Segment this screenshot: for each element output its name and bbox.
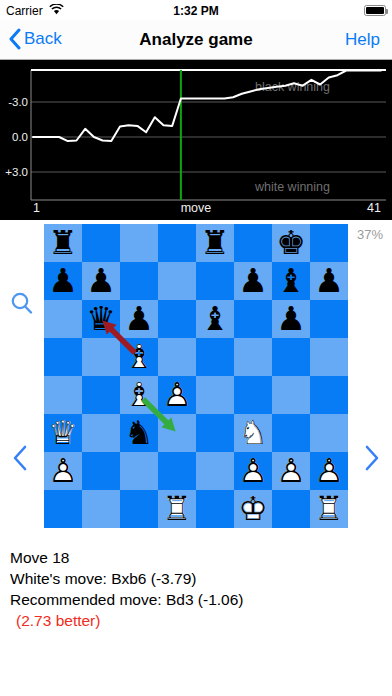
piece-white-pawn-a2[interactable]: ♟♙ — [44, 452, 82, 490]
square-b1[interactable] — [82, 490, 120, 528]
square-f7[interactable]: ♟ — [234, 262, 272, 300]
played-move-label: White's move: Bxb6 (-3.79) — [10, 568, 243, 589]
square-g6[interactable]: ♟ — [272, 300, 310, 338]
square-e7[interactable] — [196, 262, 234, 300]
square-d5[interactable] — [158, 338, 196, 376]
battery-nub — [386, 9, 388, 14]
square-h5[interactable] — [310, 338, 348, 376]
square-h3[interactable] — [310, 414, 348, 452]
x-tick-start: 1 — [33, 201, 40, 215]
square-e6[interactable]: ♝ — [196, 300, 234, 338]
piece-outline-layer: ♕ — [44, 414, 82, 452]
square-a1[interactable] — [44, 490, 82, 528]
square-d6[interactable] — [158, 300, 196, 338]
square-f3[interactable]: ♞♘ — [234, 414, 272, 452]
square-h4[interactable] — [310, 376, 348, 414]
square-b3[interactable] — [82, 414, 120, 452]
square-e8[interactable]: ♜ — [196, 224, 234, 262]
square-d3[interactable] — [158, 414, 196, 452]
square-c2[interactable] — [120, 452, 158, 490]
piece-white-rook-d1[interactable]: ♜♖ — [158, 490, 196, 528]
square-d4[interactable]: ♟♙ — [158, 376, 196, 414]
piece-outline-layer: ♗ — [120, 338, 158, 376]
piece-outline-layer: ♙ — [234, 452, 272, 490]
square-g4[interactable] — [272, 376, 310, 414]
square-b7[interactable]: ♟ — [82, 262, 120, 300]
piece-black-king-g8[interactable]: ♚ — [272, 224, 310, 262]
back-chevron-icon — [8, 28, 21, 50]
square-f4[interactable] — [234, 376, 272, 414]
magnifier-icon[interactable] — [9, 291, 36, 318]
chess-board[interactable]: ♜♜♚♟♟♟♝♟♛♟♝♟♝♗♝♗♟♙♛♕♞♞♘♟♙♟♙♟♙♟♙♜♖♚♔♜♖ — [44, 224, 348, 528]
piece-black-rook-a8[interactable]: ♜ — [44, 224, 82, 262]
square-b4[interactable] — [82, 376, 120, 414]
piece-black-rook-e8[interactable]: ♜ — [196, 224, 234, 262]
square-f1[interactable]: ♚♔ — [234, 490, 272, 528]
square-e2[interactable] — [196, 452, 234, 490]
square-c8[interactable] — [120, 224, 158, 262]
square-b8[interactable] — [82, 224, 120, 262]
navigation-bar: Back Analyze game Help — [0, 20, 392, 60]
square-g1[interactable] — [272, 490, 310, 528]
square-f2[interactable]: ♟♙ — [234, 452, 272, 490]
piece-outline-layer: ♖ — [310, 490, 348, 528]
annotation-white-winning: white winning — [254, 180, 330, 194]
piece-black-pawn-c6[interactable]: ♟ — [120, 300, 158, 338]
recommended-move-label: Recommended move: Bd3 (-1.06) — [10, 589, 243, 610]
square-c6[interactable]: ♟ — [120, 300, 158, 338]
battery-icon — [364, 5, 386, 16]
back-label: Back — [24, 29, 62, 49]
piece-white-bishop-c5[interactable]: ♝♗ — [120, 338, 158, 376]
square-h7[interactable]: ♟ — [310, 262, 348, 300]
piece-white-pawn-d4[interactable]: ♟♙ — [158, 376, 196, 414]
piece-white-pawn-f2[interactable]: ♟♙ — [234, 452, 272, 490]
square-d2[interactable] — [158, 452, 196, 490]
square-c5[interactable]: ♝♗ — [120, 338, 158, 376]
piece-black-bishop-g7[interactable]: ♝ — [272, 262, 310, 300]
next-move-button[interactable] — [362, 444, 382, 472]
square-c3[interactable]: ♞ — [120, 414, 158, 452]
piece-outline-layer: ♔ — [234, 490, 272, 528]
x-tick-end: 41 — [367, 201, 381, 215]
status-time: 1:32 PM — [0, 4, 392, 18]
square-d7[interactable] — [158, 262, 196, 300]
square-c7[interactable] — [120, 262, 158, 300]
board-zoom-level: 37% — [357, 227, 383, 242]
y-tick-0.0: 0.0 — [12, 131, 28, 143]
piece-outline-layer: ♗ — [120, 376, 158, 414]
square-d1[interactable]: ♜♖ — [158, 490, 196, 528]
square-b5[interactable] — [82, 338, 120, 376]
piece-black-knight-c3[interactable]: ♞ — [120, 414, 158, 452]
page-title: Analyze game — [96, 30, 296, 50]
square-f5[interactable] — [234, 338, 272, 376]
piece-black-pawn-b7[interactable]: ♟ — [82, 262, 120, 300]
move-number-label: Move 18 — [10, 547, 243, 568]
square-e4[interactable] — [196, 376, 234, 414]
square-a8[interactable]: ♜ — [44, 224, 82, 262]
battery-fill — [366, 7, 384, 14]
square-g8[interactable]: ♚ — [272, 224, 310, 262]
piece-white-queen-a3[interactable]: ♛♕ — [44, 414, 82, 452]
piece-white-rook-h1[interactable]: ♜♖ — [310, 490, 348, 528]
piece-black-queen-b6[interactable]: ♛ — [82, 300, 120, 338]
piece-black-bishop-e6[interactable]: ♝ — [196, 300, 234, 338]
square-b2[interactable] — [82, 452, 120, 490]
piece-black-pawn-f7[interactable]: ♟ — [234, 262, 272, 300]
piece-outline-layer: ♘ — [234, 414, 272, 452]
square-a3[interactable]: ♛♕ — [44, 414, 82, 452]
piece-white-knight-f3[interactable]: ♞♘ — [234, 414, 272, 452]
square-a4[interactable] — [44, 376, 82, 414]
piece-black-pawn-a7[interactable]: ♟ — [44, 262, 82, 300]
square-d8[interactable] — [158, 224, 196, 262]
square-g3[interactable] — [272, 414, 310, 452]
square-c1[interactable] — [120, 490, 158, 528]
square-h2[interactable]: ♟♙ — [310, 452, 348, 490]
help-button[interactable]: Help — [345, 30, 380, 50]
square-e3[interactable] — [196, 414, 234, 452]
back-button[interactable]: Back — [8, 28, 62, 50]
y-tick-+3.0: +3.0 — [5, 166, 28, 178]
square-g7[interactable]: ♝ — [272, 262, 310, 300]
piece-outline-layer: ♖ — [158, 490, 196, 528]
evaluation-chart[interactable]: -3.00.0+3.0black winningwhite winning1mo… — [0, 60, 392, 220]
square-a6[interactable] — [44, 300, 82, 338]
square-e1[interactable] — [196, 490, 234, 528]
piece-white-pawn-h2[interactable]: ♟♙ — [310, 452, 348, 490]
square-f8[interactable] — [234, 224, 272, 262]
piece-black-pawn-g6[interactable]: ♟ — [272, 300, 310, 338]
piece-black-pawn-h7[interactable]: ♟ — [310, 262, 348, 300]
square-h1[interactable]: ♜♖ — [310, 490, 348, 528]
annotation-black-winning: black winning — [255, 80, 330, 94]
square-g5[interactable] — [272, 338, 310, 376]
square-a2[interactable]: ♟♙ — [44, 452, 82, 490]
square-h8[interactable] — [310, 224, 348, 262]
square-e5[interactable] — [196, 338, 234, 376]
piece-white-king-f1[interactable]: ♚♔ — [234, 490, 272, 528]
square-a7[interactable]: ♟ — [44, 262, 82, 300]
previous-move-button[interactable] — [10, 444, 30, 472]
app-screen: Carrier 1:32 PM Back Analyze game Help -… — [0, 0, 392, 696]
y-tick--3.0: -3.0 — [8, 96, 28, 108]
piece-white-pawn-g2[interactable]: ♟♙ — [272, 452, 310, 490]
square-c4[interactable]: ♝♗ — [120, 376, 158, 414]
square-a5[interactable] — [44, 338, 82, 376]
square-b6[interactable]: ♛ — [82, 300, 120, 338]
square-f6[interactable] — [234, 300, 272, 338]
square-g2[interactable]: ♟♙ — [272, 452, 310, 490]
piece-outline-layer: ♙ — [158, 376, 196, 414]
piece-white-bishop-c4[interactable]: ♝♗ — [120, 376, 158, 414]
piece-outline-layer: ♙ — [272, 452, 310, 490]
piece-outline-layer: ♙ — [310, 452, 348, 490]
evaluation-chart-svg: -3.00.0+3.0black winningwhite winning1mo… — [0, 60, 392, 220]
square-h6[interactable] — [310, 300, 348, 338]
analysis-panel: Move 18 White's move: Bxb6 (-3.79) Recom… — [10, 547, 243, 631]
x-axis-label: move — [181, 201, 212, 215]
status-bar: Carrier 1:32 PM — [0, 0, 392, 20]
eval-delta-label: (2.73 better) — [16, 610, 243, 631]
piece-outline-layer: ♙ — [44, 452, 82, 490]
